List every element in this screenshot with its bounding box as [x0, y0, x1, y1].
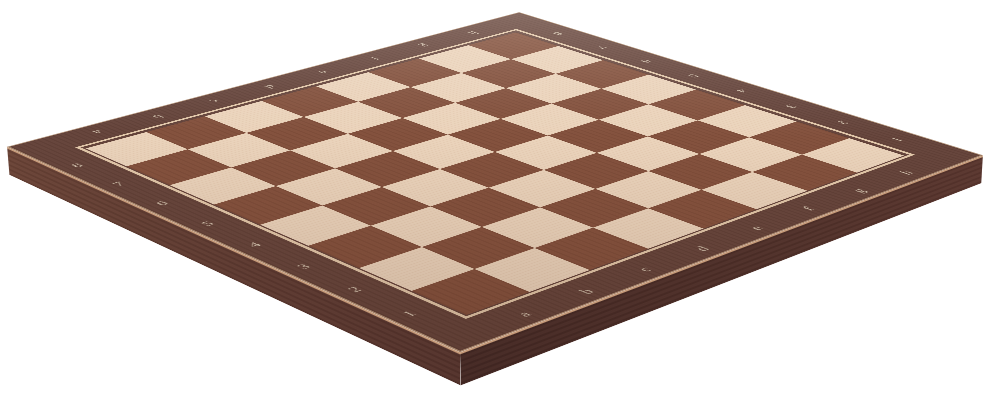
square-g1 [752, 155, 856, 191]
coord-label-5: 5 [198, 220, 216, 227]
square-d2 [540, 189, 649, 228]
coord-label-b: b [149, 114, 165, 120]
coord-label-g: g [849, 187, 868, 194]
coord-label-h: h [465, 30, 480, 35]
coord-label-f: f [368, 56, 382, 60]
product-photo-scene: 87654321 87654321 hgfedcba hgfedcba [0, 0, 1000, 418]
coord-label-2: 2 [834, 120, 852, 126]
square-b5 [276, 168, 382, 205]
coord-label-6: 6 [638, 59, 654, 64]
square-b1 [474, 248, 590, 292]
coord-label-8: 8 [550, 31, 565, 36]
coord-label-b: b [576, 287, 597, 295]
square-a4 [260, 205, 371, 245]
perspective-wrapper: 87654321 87654321 hgfedcba hgfedcba [4, 0, 1000, 418]
coord-label-f: f [800, 206, 818, 212]
coord-label-7: 7 [594, 45, 610, 50]
coord-label-c: c [207, 99, 222, 104]
square-a1 [411, 269, 529, 315]
square-e2 [595, 171, 701, 208]
board-grid [86, 32, 904, 314]
square-c1 [535, 228, 648, 270]
coords-near-left-numbers: 87654321 [37, 151, 458, 334]
coord-label-d: d [262, 84, 278, 89]
square-e1 [648, 190, 757, 229]
coord-label-3: 3 [783, 104, 800, 110]
coord-label-a: a [90, 129, 106, 135]
coords-near-right-letters: hgfedcba [474, 158, 948, 334]
coord-label-8: 8 [69, 162, 86, 168]
coord-label-5: 5 [685, 73, 702, 78]
square-f2 [648, 154, 752, 190]
coord-label-4: 4 [733, 88, 750, 93]
square-b3 [371, 206, 482, 246]
coord-label-a: a [514, 310, 534, 318]
coord-label-7: 7 [110, 180, 128, 187]
coord-label-1: 1 [888, 136, 906, 142]
square-e3 [544, 153, 648, 189]
square-c2 [482, 207, 593, 247]
coord-label-6: 6 [153, 200, 171, 207]
square-a2 [359, 247, 475, 291]
square-c4 [382, 169, 488, 206]
square-b2 [422, 227, 535, 269]
coord-label-1: 1 [399, 309, 420, 318]
square-c3 [431, 188, 540, 227]
coord-label-4: 4 [245, 241, 264, 248]
coord-label-d: d [692, 245, 712, 253]
coord-label-3: 3 [294, 263, 313, 271]
coord-label-h: h [897, 169, 916, 175]
camera-tilt-wrapper: 87654321 87654321 hgfedcba hgfedcba [4, 0, 1000, 418]
square-a6 [169, 167, 275, 204]
square-a5 [214, 186, 323, 225]
square-a7 [127, 149, 231, 185]
coord-label-e: e [316, 70, 331, 75]
coord-label-g: g [417, 43, 432, 48]
chessboard-top-surface: 87654321 87654321 hgfedcba hgfedcba [7, 12, 983, 352]
coord-label-2: 2 [345, 285, 365, 293]
coord-label-c: c [636, 266, 656, 274]
square-d4 [440, 152, 544, 188]
square-a3 [309, 226, 422, 268]
square-c5 [335, 151, 439, 187]
square-d3 [489, 170, 595, 207]
chessboard: 87654321 87654321 hgfedcba hgfedcba [7, 12, 983, 352]
square-d1 [593, 208, 704, 249]
coord-label-e: e [747, 225, 766, 232]
square-f1 [701, 172, 807, 209]
square-b6 [231, 150, 335, 186]
square-b4 [322, 187, 431, 226]
